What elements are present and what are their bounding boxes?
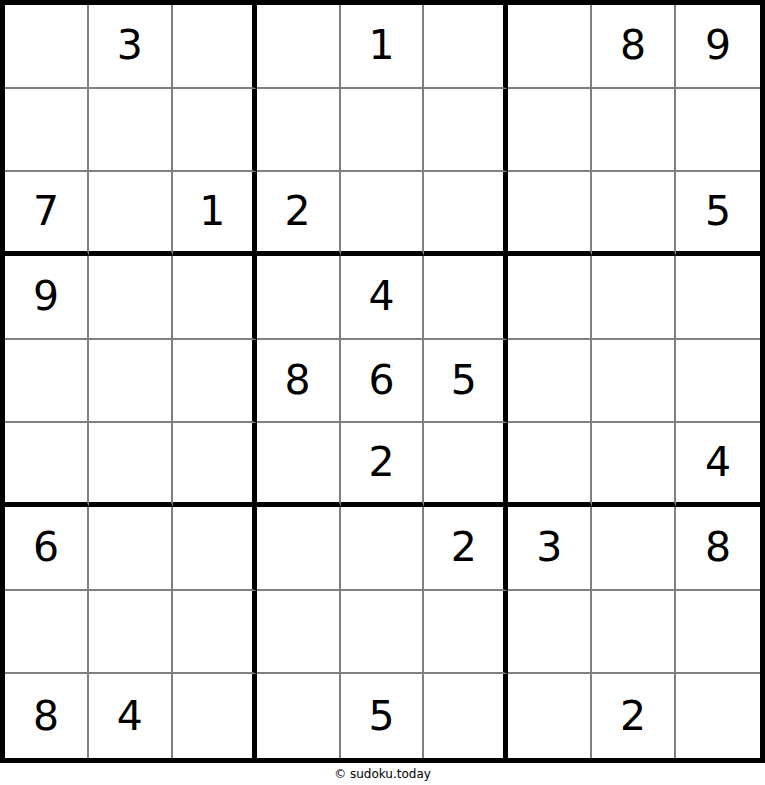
sudoku-cell-empty[interactable] [341,507,425,591]
sudoku-cell-empty[interactable] [592,89,676,173]
sudoku-cell-given[interactable]: 2 [257,172,341,256]
sudoku-cell-empty[interactable] [89,89,173,173]
sudoku-cell-empty[interactable] [5,340,89,424]
sudoku-cell-empty[interactable] [257,423,341,507]
sudoku-cell-given[interactable]: 9 [676,5,760,89]
sudoku-cell-given[interactable]: 5 [424,340,508,424]
sudoku-cell-empty[interactable] [592,507,676,591]
sudoku-cell-empty[interactable] [676,591,760,675]
sudoku-cell-empty[interactable] [508,5,592,89]
sudoku-cell-given[interactable]: 1 [173,172,257,256]
sudoku-cell-empty[interactable] [676,674,760,758]
sudoku-cell-empty[interactable] [89,172,173,256]
sudoku-cell-given[interactable]: 2 [424,507,508,591]
sudoku-board: 31897125948652462388452 [0,0,765,763]
sudoku-cell-empty[interactable] [508,89,592,173]
sudoku-cell-given[interactable]: 6 [341,340,425,424]
sudoku-cell-empty[interactable] [89,423,173,507]
sudoku-cell-empty[interactable] [676,256,760,340]
copyright-text: © sudoku.today [0,763,765,785]
sudoku-cell-empty[interactable] [592,256,676,340]
sudoku-cell-empty[interactable] [508,172,592,256]
sudoku-cell-empty[interactable] [257,5,341,89]
sudoku-cell-empty[interactable] [173,674,257,758]
sudoku-cell-given[interactable]: 8 [5,674,89,758]
sudoku-cell-given[interactable]: 6 [5,507,89,591]
sudoku-cell-empty[interactable] [424,172,508,256]
sudoku-cell-empty[interactable] [89,591,173,675]
sudoku-cell-empty[interactable] [508,591,592,675]
sudoku-cell-given[interactable]: 4 [89,674,173,758]
sudoku-cell-given[interactable]: 4 [341,256,425,340]
sudoku-cell-empty[interactable] [341,591,425,675]
sudoku-cell-empty[interactable] [257,256,341,340]
sudoku-cell-empty[interactable] [341,172,425,256]
sudoku-cell-empty[interactable] [89,340,173,424]
sudoku-cell-given[interactable]: 8 [257,340,341,424]
sudoku-cell-given[interactable]: 3 [89,5,173,89]
sudoku-page: 31897125948652462388452 © sudoku.today [0,0,765,785]
sudoku-cell-empty[interactable] [173,5,257,89]
sudoku-cell-empty[interactable] [592,172,676,256]
sudoku-cell-empty[interactable] [424,591,508,675]
sudoku-cell-empty[interactable] [257,89,341,173]
sudoku-cell-empty[interactable] [592,591,676,675]
sudoku-cell-empty[interactable] [89,507,173,591]
sudoku-cell-empty[interactable] [173,591,257,675]
sudoku-cell-empty[interactable] [5,423,89,507]
sudoku-cell-empty[interactable] [508,423,592,507]
sudoku-cell-empty[interactable] [676,340,760,424]
sudoku-cell-empty[interactable] [592,423,676,507]
sudoku-cell-given[interactable]: 7 [5,172,89,256]
sudoku-cell-empty[interactable] [424,5,508,89]
sudoku-cell-given[interactable]: 2 [341,423,425,507]
sudoku-cell-empty[interactable] [676,89,760,173]
sudoku-cell-empty[interactable] [173,89,257,173]
sudoku-cell-empty[interactable] [173,340,257,424]
sudoku-cell-empty[interactable] [5,5,89,89]
sudoku-cell-given[interactable]: 1 [341,5,425,89]
sudoku-cell-empty[interactable] [257,507,341,591]
sudoku-cell-given[interactable]: 4 [676,423,760,507]
sudoku-cell-empty[interactable] [173,507,257,591]
sudoku-cell-given[interactable]: 5 [341,674,425,758]
sudoku-cell-given[interactable]: 9 [5,256,89,340]
sudoku-cell-empty[interactable] [173,423,257,507]
sudoku-cell-empty[interactable] [508,674,592,758]
sudoku-cell-given[interactable]: 5 [676,172,760,256]
sudoku-cell-given[interactable]: 3 [508,507,592,591]
sudoku-cell-empty[interactable] [5,591,89,675]
sudoku-cell-empty[interactable] [89,256,173,340]
sudoku-cell-empty[interactable] [173,256,257,340]
sudoku-cell-empty[interactable] [508,256,592,340]
sudoku-cell-empty[interactable] [257,674,341,758]
sudoku-cell-empty[interactable] [257,591,341,675]
sudoku-cell-given[interactable]: 2 [592,674,676,758]
sudoku-cell-empty[interactable] [5,89,89,173]
sudoku-cell-empty[interactable] [424,89,508,173]
sudoku-cell-given[interactable]: 8 [592,5,676,89]
sudoku-cell-given[interactable]: 8 [676,507,760,591]
sudoku-cell-empty[interactable] [508,340,592,424]
sudoku-cell-empty[interactable] [341,89,425,173]
sudoku-cell-empty[interactable] [424,423,508,507]
sudoku-cell-empty[interactable] [592,340,676,424]
sudoku-cell-empty[interactable] [424,674,508,758]
sudoku-cell-empty[interactable] [424,256,508,340]
